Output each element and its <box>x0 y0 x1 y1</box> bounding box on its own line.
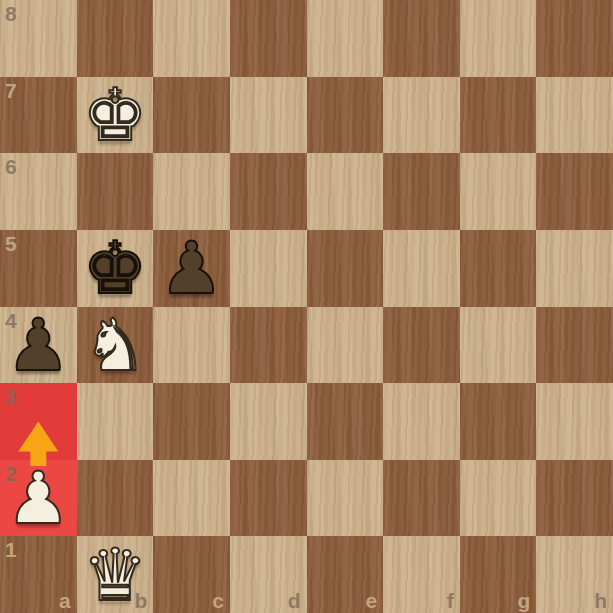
square-a8[interactable]: 8 <box>0 0 77 77</box>
piece-white-queen[interactable]: ♛ <box>83 539 148 611</box>
square-b6[interactable] <box>77 153 154 230</box>
square-d7[interactable] <box>230 77 307 154</box>
square-d1[interactable]: d <box>230 536 307 613</box>
square-d2[interactable] <box>230 460 307 537</box>
square-e2[interactable] <box>307 460 384 537</box>
square-h5[interactable] <box>536 230 613 307</box>
square-f2[interactable] <box>383 460 460 537</box>
square-b7[interactable]: ♚ <box>77 77 154 154</box>
piece-white-pawn[interactable]: ♟ <box>6 462 71 534</box>
square-f8[interactable] <box>383 0 460 77</box>
square-a4[interactable]: 4♟ <box>0 307 77 384</box>
square-b3[interactable] <box>77 383 154 460</box>
square-a3[interactable]: 3 <box>0 383 77 460</box>
square-c4[interactable] <box>153 307 230 384</box>
square-h8[interactable] <box>536 0 613 77</box>
file-label-e: e <box>365 590 377 611</box>
piece-white-knight[interactable]: ♞ <box>83 309 148 381</box>
square-d8[interactable] <box>230 0 307 77</box>
square-a6[interactable]: 6 <box>0 153 77 230</box>
chess-board[interactable]: 87♚65♚♟4♟♞32♟1ab♛cdefgh <box>0 0 613 613</box>
square-b1[interactable]: b♛ <box>77 536 154 613</box>
rank-label-6: 6 <box>5 156 17 177</box>
square-h7[interactable] <box>536 77 613 154</box>
square-d5[interactable] <box>230 230 307 307</box>
square-f4[interactable] <box>383 307 460 384</box>
square-g5[interactable] <box>460 230 537 307</box>
file-label-c: c <box>212 590 224 611</box>
piece-black-pawn[interactable]: ♟ <box>6 309 71 381</box>
square-b8[interactable] <box>77 0 154 77</box>
square-c7[interactable] <box>153 77 230 154</box>
square-a1[interactable]: 1a <box>0 536 77 613</box>
file-label-g: g <box>518 590 531 611</box>
square-b2[interactable] <box>77 460 154 537</box>
file-label-h: h <box>594 590 607 611</box>
square-f7[interactable] <box>383 77 460 154</box>
square-a2[interactable]: 2♟ <box>0 460 77 537</box>
square-h6[interactable] <box>536 153 613 230</box>
square-g8[interactable] <box>460 0 537 77</box>
square-g4[interactable] <box>460 307 537 384</box>
square-b4[interactable]: ♞ <box>77 307 154 384</box>
rank-label-7: 7 <box>5 80 17 101</box>
square-c2[interactable] <box>153 460 230 537</box>
square-g7[interactable] <box>460 77 537 154</box>
square-a7[interactable]: 7 <box>0 77 77 154</box>
square-a5[interactable]: 5 <box>0 230 77 307</box>
piece-white-king[interactable]: ♚ <box>83 79 148 151</box>
square-e7[interactable] <box>307 77 384 154</box>
square-g1[interactable]: g <box>460 536 537 613</box>
square-d4[interactable] <box>230 307 307 384</box>
piece-black-pawn[interactable]: ♟ <box>159 232 224 304</box>
file-label-d: d <box>288 590 301 611</box>
square-c6[interactable] <box>153 153 230 230</box>
rank-label-5: 5 <box>5 233 17 254</box>
piece-black-king[interactable]: ♚ <box>83 232 148 304</box>
square-h3[interactable] <box>536 383 613 460</box>
square-e8[interactable] <box>307 0 384 77</box>
rank-label-8: 8 <box>5 3 17 24</box>
square-g6[interactable] <box>460 153 537 230</box>
square-c3[interactable] <box>153 383 230 460</box>
file-label-f: f <box>447 590 454 611</box>
square-f3[interactable] <box>383 383 460 460</box>
square-g2[interactable] <box>460 460 537 537</box>
file-label-a: a <box>59 590 71 611</box>
rank-label-3: 3 <box>5 386 17 407</box>
square-h4[interactable] <box>536 307 613 384</box>
square-f6[interactable] <box>383 153 460 230</box>
square-c5[interactable]: ♟ <box>153 230 230 307</box>
square-h2[interactable] <box>536 460 613 537</box>
square-e3[interactable] <box>307 383 384 460</box>
square-e4[interactable] <box>307 307 384 384</box>
square-c1[interactable]: c <box>153 536 230 613</box>
square-f5[interactable] <box>383 230 460 307</box>
square-h1[interactable]: h <box>536 536 613 613</box>
square-e5[interactable] <box>307 230 384 307</box>
chess-board-container: 87♚65♚♟4♟♞32♟1ab♛cdefgh <box>0 0 613 613</box>
square-d3[interactable] <box>230 383 307 460</box>
square-c8[interactable] <box>153 0 230 77</box>
rank-label-1: 1 <box>5 539 17 560</box>
square-b5[interactable]: ♚ <box>77 230 154 307</box>
square-e1[interactable]: e <box>307 536 384 613</box>
square-e6[interactable] <box>307 153 384 230</box>
square-d6[interactable] <box>230 153 307 230</box>
square-f1[interactable]: f <box>383 536 460 613</box>
square-g3[interactable] <box>460 383 537 460</box>
